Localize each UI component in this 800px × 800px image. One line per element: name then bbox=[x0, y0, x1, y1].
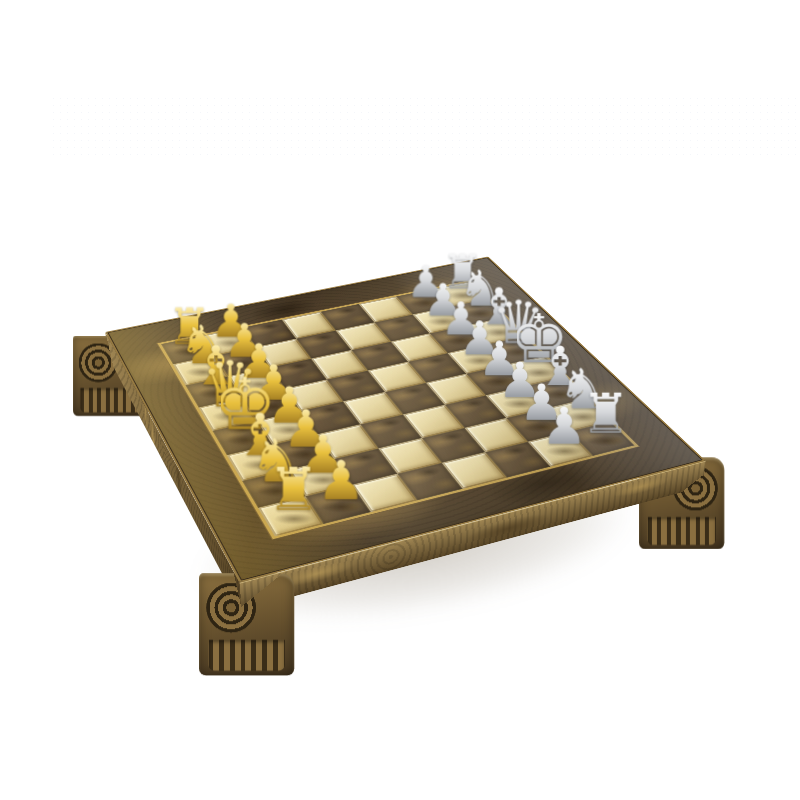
chess-piece-glyph: ♞ bbox=[458, 264, 502, 314]
chess-piece-glyph: ♟ bbox=[541, 400, 587, 451]
piece-silver-bishop: ♝ bbox=[478, 282, 520, 333]
background-texture-band bbox=[50, 95, 800, 161]
foot-flutes bbox=[647, 517, 715, 545]
piece-silver-pawn: ♟ bbox=[405, 259, 446, 303]
piece-gold-rook: ♜ bbox=[268, 460, 319, 519]
chess-piece-glyph: ♟ bbox=[478, 334, 521, 382]
chess-piece-glyph: ♚ bbox=[509, 306, 569, 373]
chess-piece-glyph: ♟ bbox=[423, 277, 463, 321]
piece-gold-pawn: ♟ bbox=[316, 453, 367, 507]
chess-piece-glyph: ♜ bbox=[581, 386, 630, 441]
piece-silver-knight: ♞ bbox=[460, 264, 501, 314]
piece-silver-pawn: ♟ bbox=[422, 277, 464, 321]
piece-gold-queen: ♛ bbox=[207, 353, 253, 417]
piece-silver-king: ♚ bbox=[517, 306, 561, 373]
piece-silver-rook: ♜ bbox=[582, 386, 629, 441]
piece-silver-pawn: ♟ bbox=[540, 400, 588, 451]
chess-piece-glyph: ♞ bbox=[558, 361, 608, 417]
chess-piece-glyph: ♝ bbox=[476, 282, 521, 333]
chess-piece-glyph: ♟ bbox=[317, 453, 365, 507]
piece-silver-knight: ♞ bbox=[559, 361, 605, 417]
chess-piece-glyph: ♟ bbox=[519, 377, 564, 427]
piece-silver-pawn: ♟ bbox=[440, 295, 483, 340]
chess-piece-glyph: ♟ bbox=[224, 317, 266, 364]
chess-piece-glyph: ♜ bbox=[167, 302, 212, 352]
product-photo-stage: ♜♟♞♟♝♟♟♜♛♟♟♞♚♟♟♝♝♟♟♛♞♟♟♚♜♟♟♝♟♞♟♜ bbox=[0, 0, 800, 800]
chess-piece-glyph: ♟ bbox=[210, 297, 251, 343]
foot-flutes bbox=[209, 640, 285, 671]
chess-piece-glyph: ♟ bbox=[406, 259, 445, 303]
chess-piece-glyph: ♞ bbox=[179, 319, 227, 372]
piece-silver-pawn: ♟ bbox=[477, 334, 522, 382]
piece-gold-rook: ♜ bbox=[168, 302, 211, 352]
piece-gold-knight: ♞ bbox=[251, 431, 301, 491]
chess-piece-glyph: ♝ bbox=[536, 340, 585, 394]
piece-gold-pawn: ♟ bbox=[210, 297, 253, 343]
